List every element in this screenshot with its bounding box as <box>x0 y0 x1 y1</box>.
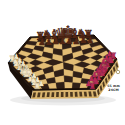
chess-piece-brown-P: ♟ <box>79 35 87 45</box>
chess-piece-brown-P: ♟ <box>45 37 53 47</box>
size-label-line2: 24CM <box>105 88 122 92</box>
board-cell <box>56 82 65 89</box>
band-carving-mark <box>70 92 73 97</box>
chess-piece-brown-P: ♟ <box>59 36 67 46</box>
chess-piece-brown-P: ♟ <box>72 36 80 46</box>
chess-piece-red-R: ♜ <box>89 81 97 91</box>
board-cell <box>64 82 72 88</box>
band-carving-mark <box>56 92 59 97</box>
band-carving-mark <box>61 92 64 97</box>
band-carving-mark <box>75 92 78 97</box>
band-carving-mark <box>51 92 54 97</box>
size-label: 55 mm 24CM <box>105 84 122 92</box>
chess-piece-brown-P: ♟ <box>38 37 46 47</box>
three-player-chess-board: ♜♞♝♚♛♝♞♜♟♟♟♟♟♟♟♟♟♜♟♟♜♟♞♟♞♟♝♟♝♟♛♟♛♟♚♟♚♟♝♝… <box>0 0 125 125</box>
board-cell <box>72 82 81 88</box>
product-photo-three-player-chess: ♜♞♝♚♛♝♞♜♟♟♟♟♟♟♟♟♟♜♟♟♜♟♞♟♞♟♝♟♝♟♛♟♛♟♚♟♚♟♝♝… <box>0 0 125 125</box>
chess-piece-white-R: ♜ <box>34 81 42 91</box>
band-carving-mark <box>66 92 69 97</box>
